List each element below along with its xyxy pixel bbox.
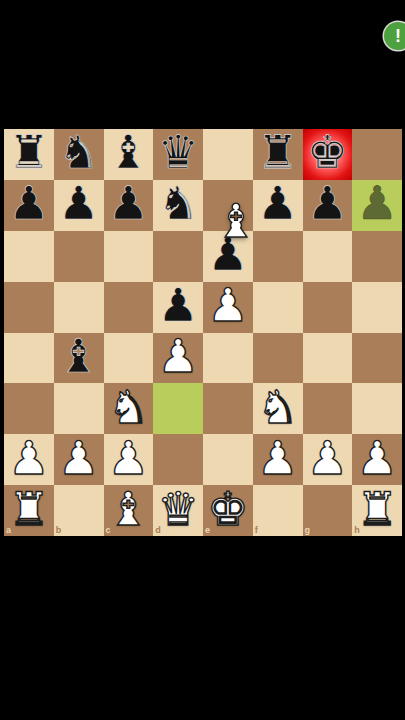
black-pawn[interactable]: ♟	[307, 180, 348, 226]
black-king[interactable]: ♚	[307, 129, 348, 175]
square-f8[interactable]: ♜	[253, 129, 303, 180]
square-e2[interactable]	[203, 434, 253, 485]
white-pawn[interactable]: ♟	[307, 435, 348, 481]
square-e4[interactable]	[203, 333, 253, 384]
square-a2[interactable]: ♟	[4, 434, 54, 485]
square-h4[interactable]	[352, 333, 402, 384]
square-b6[interactable]	[54, 231, 104, 282]
square-d1[interactable]: ♛d	[153, 485, 203, 536]
square-g4[interactable]	[303, 333, 353, 384]
square-h7[interactable]: ♟	[352, 180, 402, 231]
chess-board: ♜♞♝♛♜♚♟♟♟♞♟♟♟♟♟♟♝♟♞♞♟♟♟♟♟♟♜ab♝c♛d♚efg♜h	[4, 129, 402, 536]
square-d8[interactable]: ♛	[153, 129, 203, 180]
black-pawn[interactable]: ♟	[158, 282, 199, 328]
moving-piece-white-bishop[interactable]: ♝	[211, 196, 261, 246]
square-b5[interactable]	[54, 282, 104, 333]
black-bishop[interactable]: ♝	[58, 333, 99, 379]
exclamation-icon: !	[395, 27, 401, 45]
square-a8[interactable]: ♜	[4, 129, 54, 180]
square-b4[interactable]: ♝	[54, 333, 104, 384]
square-g7[interactable]: ♟	[303, 180, 353, 231]
square-c6[interactable]	[104, 231, 154, 282]
square-a5[interactable]	[4, 282, 54, 333]
black-knight[interactable]: ♞	[58, 129, 99, 175]
white-pawn[interactable]: ♟	[158, 333, 199, 379]
white-knight[interactable]: ♞	[257, 384, 298, 430]
square-b2[interactable]: ♟	[54, 434, 104, 485]
file-label-g: g	[305, 526, 311, 535]
square-b3[interactable]	[54, 383, 104, 434]
square-g6[interactable]	[303, 231, 353, 282]
square-f1[interactable]: f	[253, 485, 303, 536]
white-rook[interactable]: ♜	[8, 486, 49, 532]
white-queen[interactable]: ♛	[158, 486, 199, 532]
black-pawn[interactable]: ♟	[8, 180, 49, 226]
square-c1[interactable]: ♝c	[104, 485, 154, 536]
square-a3[interactable]	[4, 383, 54, 434]
square-c3[interactable]: ♞	[104, 383, 154, 434]
square-h8[interactable]	[352, 129, 402, 180]
square-h3[interactable]	[352, 383, 402, 434]
black-knight[interactable]: ♞	[158, 180, 199, 226]
square-a6[interactable]	[4, 231, 54, 282]
file-label-c: c	[106, 526, 111, 535]
square-g5[interactable]	[303, 282, 353, 333]
square-d6[interactable]	[153, 231, 203, 282]
white-king[interactable]: ♚	[207, 486, 248, 532]
white-pawn[interactable]: ♟	[357, 435, 398, 481]
square-f2[interactable]: ♟	[253, 434, 303, 485]
square-c2[interactable]: ♟	[104, 434, 154, 485]
square-h6[interactable]	[352, 231, 402, 282]
black-rook[interactable]: ♜	[8, 129, 49, 175]
black-pawn[interactable]: ♟	[257, 180, 298, 226]
file-label-b: b	[56, 526, 62, 535]
white-bishop[interactable]: ♝	[108, 486, 149, 532]
black-pawn[interactable]: ♟	[58, 180, 99, 226]
file-label-h: h	[354, 526, 360, 535]
square-d4[interactable]: ♟	[153, 333, 203, 384]
file-label-a: a	[6, 526, 11, 535]
square-f4[interactable]	[253, 333, 303, 384]
black-pawn[interactable]: ♟	[108, 180, 149, 226]
black-rook[interactable]: ♜	[257, 129, 298, 175]
black-bishop[interactable]: ♝	[108, 129, 149, 175]
square-f5[interactable]	[253, 282, 303, 333]
square-g2[interactable]: ♟	[303, 434, 353, 485]
black-queen[interactable]: ♛	[158, 129, 199, 175]
file-label-f: f	[255, 526, 258, 535]
square-h5[interactable]	[352, 282, 402, 333]
square-h2[interactable]: ♟	[352, 434, 402, 485]
black-pawn[interactable]: ♟	[357, 180, 398, 226]
square-e1[interactable]: ♚e	[203, 485, 253, 536]
square-d2[interactable]	[153, 434, 203, 485]
square-b8[interactable]: ♞	[54, 129, 104, 180]
file-label-d: d	[155, 526, 161, 535]
square-d7[interactable]: ♞	[153, 180, 203, 231]
file-label-e: e	[205, 526, 210, 535]
white-pawn[interactable]: ♟	[108, 435, 149, 481]
square-c5[interactable]	[104, 282, 154, 333]
white-pawn[interactable]: ♟	[207, 282, 248, 328]
square-f3[interactable]: ♞	[253, 383, 303, 434]
white-pawn[interactable]: ♟	[8, 435, 49, 481]
square-a7[interactable]: ♟	[4, 180, 54, 231]
square-e3[interactable]	[203, 383, 253, 434]
square-a4[interactable]	[4, 333, 54, 384]
square-c8[interactable]: ♝	[104, 129, 154, 180]
square-b1[interactable]: b	[54, 485, 104, 536]
square-g1[interactable]: g	[303, 485, 353, 536]
square-e5[interactable]: ♟	[203, 282, 253, 333]
square-c4[interactable]	[104, 333, 154, 384]
square-d3[interactable]	[153, 383, 203, 434]
square-a1[interactable]: ♜a	[4, 485, 54, 536]
square-e8[interactable]	[203, 129, 253, 180]
move-quality-badge: !	[384, 22, 405, 50]
square-d5[interactable]: ♟	[153, 282, 203, 333]
square-g3[interactable]	[303, 383, 353, 434]
white-rook[interactable]: ♜	[357, 486, 398, 532]
white-pawn[interactable]: ♟	[58, 435, 99, 481]
square-h1[interactable]: ♜h	[352, 485, 402, 536]
square-c7[interactable]: ♟	[104, 180, 154, 231]
white-pawn[interactable]: ♟	[257, 435, 298, 481]
square-b7[interactable]: ♟	[54, 180, 104, 231]
white-knight[interactable]: ♞	[108, 384, 149, 430]
square-g8[interactable]: ♚	[303, 129, 353, 180]
